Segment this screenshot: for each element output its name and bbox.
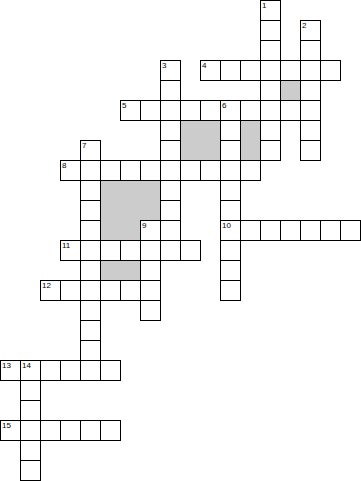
crossword-cell[interactable]	[160, 180, 181, 201]
crossword-cell[interactable]	[160, 160, 181, 181]
crossword-cell[interactable]	[160, 140, 181, 161]
crossword-cell[interactable]	[80, 180, 101, 201]
shaded-cell	[180, 120, 201, 141]
crossword-cell[interactable]: 6	[220, 100, 241, 121]
crossword-cell[interactable]	[80, 260, 101, 281]
crossword-cell[interactable]	[140, 280, 161, 301]
crossword-cell[interactable]	[280, 100, 301, 121]
crossword-cell[interactable]	[100, 160, 121, 181]
crossword-cell[interactable]	[260, 120, 281, 141]
crossword-cell[interactable]	[220, 200, 241, 221]
crossword-cell[interactable]: 4	[200, 60, 221, 81]
crossword-cell[interactable]	[140, 240, 161, 261]
clue-number: 12	[42, 281, 51, 290]
crossword-cell[interactable]	[240, 160, 261, 181]
crossword-cell[interactable]	[160, 120, 181, 141]
clue-number: 15	[2, 421, 11, 430]
crossword-cell[interactable]	[120, 240, 141, 261]
crossword-cell[interactable]	[80, 340, 101, 361]
crossword-cell[interactable]	[180, 160, 201, 181]
crossword-cell[interactable]	[160, 200, 181, 221]
crossword-cell[interactable]	[260, 20, 281, 41]
crossword-cell[interactable]	[80, 240, 101, 261]
crossword-cell[interactable]	[260, 220, 281, 241]
crossword-cell[interactable]	[60, 420, 81, 441]
crossword-cell[interactable]	[300, 60, 321, 81]
crossword-cell[interactable]	[160, 100, 181, 121]
crossword-cell[interactable]	[20, 400, 41, 421]
crossword-cell[interactable]	[100, 280, 121, 301]
crossword-cell[interactable]: 7	[80, 140, 101, 161]
shaded-cell	[140, 200, 161, 221]
shaded-cell	[100, 200, 121, 221]
crossword-cell[interactable]: 13	[0, 360, 21, 381]
crossword-cell[interactable]	[300, 120, 321, 141]
crossword-cell[interactable]	[280, 60, 301, 81]
crossword-cell[interactable]	[160, 220, 181, 241]
crossword-cell[interactable]	[160, 240, 181, 261]
crossword-cell[interactable]	[220, 280, 241, 301]
crossword-cell[interactable]	[240, 220, 261, 241]
crossword-cell[interactable]	[60, 280, 81, 301]
crossword-cell[interactable]	[140, 100, 161, 121]
crossword-cell[interactable]	[320, 60, 341, 81]
shaded-cell	[280, 80, 301, 101]
crossword-cell[interactable]: 15	[0, 420, 21, 441]
shaded-cell	[120, 260, 141, 281]
crossword-cell[interactable]	[80, 200, 101, 221]
crossword-cell[interactable]	[20, 460, 41, 481]
crossword-cell[interactable]	[20, 440, 41, 461]
clue-number: 8	[62, 161, 66, 170]
crossword-cell[interactable]	[240, 60, 261, 81]
crossword-cell[interactable]	[100, 420, 121, 441]
clue-number: 4	[202, 61, 206, 70]
crossword-cell[interactable]	[200, 100, 221, 121]
crossword-cell[interactable]: 1	[260, 0, 281, 21]
crossword-cell[interactable]	[260, 140, 281, 161]
crossword-cell[interactable]: 14	[20, 360, 41, 381]
clue-number: 1	[262, 1, 266, 10]
shaded-cell	[200, 140, 221, 161]
crossword-cell[interactable]	[300, 80, 321, 101]
shaded-cell	[120, 200, 141, 221]
crossword-cell[interactable]: 5	[120, 100, 141, 121]
crossword-cell[interactable]	[80, 360, 101, 381]
crossword-cell[interactable]	[220, 60, 241, 81]
shaded-cell	[200, 120, 221, 141]
crossword-cell[interactable]	[280, 220, 301, 241]
crossword-cell[interactable]	[60, 360, 81, 381]
clue-number: 9	[142, 221, 146, 230]
crossword-cell[interactable]	[220, 240, 241, 261]
crossword-cell[interactable]	[300, 40, 321, 61]
crossword-cell[interactable]	[80, 420, 101, 441]
crossword-cell[interactable]	[180, 240, 201, 261]
shaded-cell	[240, 140, 261, 161]
crossword-cell[interactable]	[260, 100, 281, 121]
crossword-cell[interactable]	[160, 80, 181, 101]
crossword-cell[interactable]	[100, 240, 121, 261]
clue-number: 5	[122, 101, 126, 110]
crossword-cell[interactable]: 12	[40, 280, 61, 301]
shaded-cell	[180, 140, 201, 161]
crossword-cell[interactable]	[80, 320, 101, 341]
crossword-cell[interactable]	[300, 220, 321, 241]
crossword-cell[interactable]	[220, 260, 241, 281]
crossword-cell[interactable]	[200, 160, 221, 181]
crossword-cell[interactable]	[80, 220, 101, 241]
crossword-cell[interactable]	[300, 100, 321, 121]
shaded-cell	[100, 180, 121, 201]
crossword-cell[interactable]	[220, 160, 241, 181]
crossword-cell[interactable]	[300, 140, 321, 161]
crossword-cell[interactable]	[180, 100, 201, 121]
shaded-cell	[140, 180, 161, 201]
crossword-cell[interactable]: 2	[300, 20, 321, 41]
crossword-cell[interactable]	[80, 160, 101, 181]
crossword-cell[interactable]	[120, 160, 141, 181]
shaded-cell	[120, 220, 141, 241]
shaded-cell	[100, 220, 121, 241]
clue-number: 11	[62, 241, 70, 250]
clue-number: 3	[162, 61, 166, 70]
crossword-cell[interactable]	[340, 220, 361, 241]
crossword-cell[interactable]: 8	[60, 160, 81, 181]
shaded-cell	[240, 120, 261, 141]
crossword-cell[interactable]	[20, 420, 41, 441]
crossword-cell[interactable]	[320, 220, 341, 241]
clue-number: 6	[222, 101, 226, 110]
crossword-cell[interactable]	[80, 280, 101, 301]
clue-number: 10	[222, 221, 231, 230]
crossword-cell[interactable]: 9	[140, 220, 161, 241]
crossword-cell[interactable]: 3	[160, 60, 181, 81]
crossword-cell[interactable]	[260, 40, 281, 61]
crossword-cell[interactable]	[140, 260, 161, 281]
crossword-cell[interactable]	[220, 120, 241, 141]
crossword-cell[interactable]	[240, 100, 261, 121]
crossword-cell[interactable]	[220, 140, 241, 161]
crossword-cell[interactable]	[80, 300, 101, 321]
shaded-cell	[100, 260, 121, 281]
crossword-cell[interactable]	[40, 360, 61, 381]
crossword-cell[interactable]	[40, 420, 61, 441]
crossword-cell[interactable]	[120, 280, 141, 301]
crossword-cell[interactable]: 11	[60, 240, 81, 261]
clue-number: 7	[82, 141, 86, 150]
crossword-cell[interactable]	[20, 380, 41, 401]
crossword-cell[interactable]	[220, 180, 241, 201]
clue-number: 13	[2, 361, 11, 370]
clue-number: 14	[22, 361, 31, 370]
crossword-board: 123456789101112131415	[0, 0, 361, 481]
crossword-cell[interactable]	[140, 300, 161, 321]
crossword-cell[interactable]	[260, 80, 281, 101]
crossword-cell[interactable]	[260, 60, 281, 81]
shaded-cell	[120, 180, 141, 201]
crossword-cell[interactable]	[100, 360, 121, 381]
crossword-cell[interactable]	[140, 160, 161, 181]
crossword-cell[interactable]: 10	[220, 220, 241, 241]
clue-number: 2	[302, 21, 306, 30]
